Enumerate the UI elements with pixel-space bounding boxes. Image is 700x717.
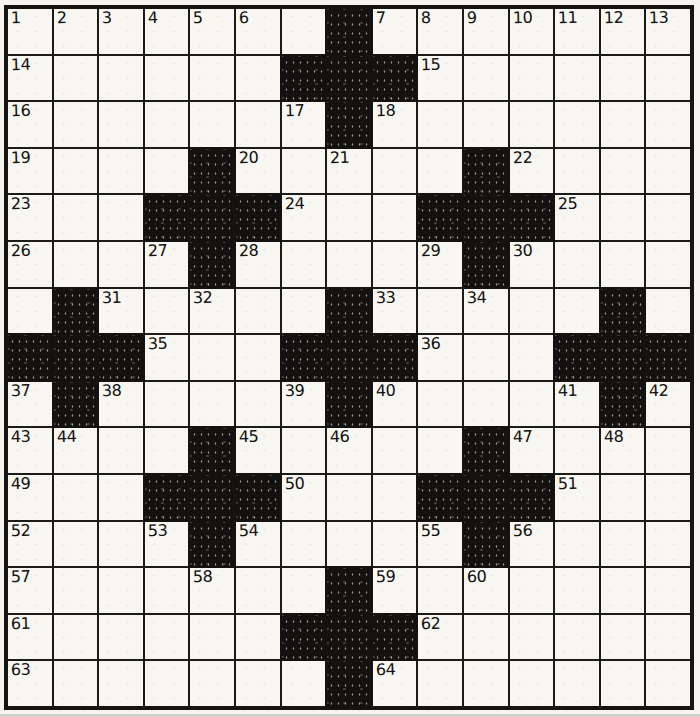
cell-r3c4[interactable]	[145, 102, 189, 147]
cell-r2c2[interactable]	[54, 56, 98, 101]
cell-r13c14[interactable]	[601, 568, 645, 613]
cell-r1c10[interactable]: 8	[418, 9, 462, 54]
cell-r15c2[interactable]	[54, 661, 98, 706]
cell-r10c1[interactable]: 43	[8, 428, 52, 473]
cell-r2c3[interactable]	[99, 56, 143, 101]
cell-r10c10[interactable]	[418, 428, 462, 473]
clue-number-22: 22	[512, 150, 532, 167]
cell-r14c5[interactable]	[190, 615, 234, 660]
cell-r13c7[interactable]	[282, 568, 326, 613]
clue-number-4: 4	[148, 10, 158, 27]
cell-r1c2[interactable]: 2	[54, 9, 98, 54]
clue-number-36: 36	[421, 336, 441, 353]
cell-r12c15[interactable]	[646, 522, 690, 567]
cell-r3c13[interactable]	[555, 102, 599, 147]
cell-r6c7[interactable]	[282, 242, 326, 287]
cell-r2c12[interactable]	[510, 56, 554, 101]
cell-r8c10[interactable]: 36	[418, 335, 462, 380]
block-cell-r2c9	[373, 56, 417, 101]
clue-number-40: 40	[376, 383, 396, 400]
clue-number-44: 44	[56, 429, 76, 446]
cell-r4c3[interactable]	[99, 149, 143, 194]
cell-r9c11[interactable]	[464, 382, 508, 427]
cell-r7c6[interactable]	[236, 289, 280, 334]
cell-r10c13[interactable]	[555, 428, 599, 473]
cell-r9c5[interactable]	[190, 382, 234, 427]
cell-r3c11[interactable]	[464, 102, 508, 147]
cell-r3c1[interactable]: 16	[8, 102, 52, 147]
clue-number-9: 9	[467, 10, 477, 27]
cell-r3c2[interactable]	[54, 102, 98, 147]
clue-number-15: 15	[421, 56, 441, 73]
block-cell-r9c2	[54, 382, 98, 427]
cell-r3c14[interactable]	[601, 102, 645, 147]
cell-r12c13[interactable]	[555, 522, 599, 567]
cell-r5c9[interactable]	[373, 195, 417, 240]
clue-number-31: 31	[102, 289, 122, 306]
block-cell-r7c8	[327, 289, 371, 334]
cell-r8c5[interactable]	[190, 335, 234, 380]
cell-r12c2[interactable]	[54, 522, 98, 567]
block-cell-r14c8	[327, 615, 371, 660]
cell-r14c13[interactable]	[555, 615, 599, 660]
cell-r2c1[interactable]: 14	[8, 56, 52, 101]
cell-r9c3[interactable]: 38	[99, 382, 143, 427]
cell-r15c5[interactable]	[190, 661, 234, 706]
block-cell-r6c5	[190, 242, 234, 287]
cell-r11c14[interactable]	[601, 475, 645, 520]
clue-number-3: 3	[102, 10, 112, 27]
cell-r7c15[interactable]	[646, 289, 690, 334]
cell-r10c2[interactable]: 44	[54, 428, 98, 473]
block-cell-r5c5	[190, 195, 234, 240]
block-cell-r5c10	[418, 195, 462, 240]
block-cell-r3c8	[327, 102, 371, 147]
cell-r1c14[interactable]: 12	[601, 9, 645, 54]
cell-r13c11[interactable]: 60	[464, 568, 508, 613]
clue-number-13: 13	[649, 10, 669, 27]
cell-r7c13[interactable]	[555, 289, 599, 334]
cell-r4c6[interactable]: 20	[236, 149, 280, 194]
block-cell-r7c2	[54, 289, 98, 334]
block-cell-r9c14	[601, 382, 645, 427]
cell-r6c15[interactable]	[646, 242, 690, 287]
clue-number-26: 26	[11, 243, 31, 260]
cell-r6c10[interactable]: 29	[418, 242, 462, 287]
clue-number-52: 52	[11, 522, 31, 539]
cell-r12c8[interactable]	[327, 522, 371, 567]
cell-r13c15[interactable]	[646, 568, 690, 613]
cell-r13c12[interactable]	[510, 568, 554, 613]
block-cell-r15c8	[327, 661, 371, 706]
cell-r14c10[interactable]: 62	[418, 615, 462, 660]
clue-number-43: 43	[11, 429, 31, 446]
cell-r2c10[interactable]: 15	[418, 56, 462, 101]
clue-number-41: 41	[558, 383, 578, 400]
block-cell-r1c8	[327, 9, 371, 54]
cell-r13c10[interactable]	[418, 568, 462, 613]
cell-r4c9[interactable]	[373, 149, 417, 194]
cell-r15c6[interactable]	[236, 661, 280, 706]
cell-r9c7[interactable]: 39	[282, 382, 326, 427]
cell-r6c6[interactable]: 28	[236, 242, 280, 287]
cell-r4c14[interactable]	[601, 149, 645, 194]
cell-r10c14[interactable]: 48	[601, 428, 645, 473]
clue-number-34: 34	[467, 289, 487, 306]
cell-r14c11[interactable]	[464, 615, 508, 660]
cell-r10c15[interactable]	[646, 428, 690, 473]
cell-r9c13[interactable]: 41	[555, 382, 599, 427]
block-cell-r8c15	[646, 335, 690, 380]
block-cell-r11c12	[510, 475, 554, 520]
cell-r1c5[interactable]: 5	[190, 9, 234, 54]
cell-r2c13[interactable]	[555, 56, 599, 101]
cell-r3c3[interactable]	[99, 102, 143, 147]
cell-r11c13[interactable]: 51	[555, 475, 599, 520]
cell-r8c6[interactable]	[236, 335, 280, 380]
cell-r13c5[interactable]: 58	[190, 568, 234, 613]
cell-r9c15[interactable]: 42	[646, 382, 690, 427]
block-cell-r8c8	[327, 335, 371, 380]
cell-r6c9[interactable]	[373, 242, 417, 287]
block-cell-r10c5	[190, 428, 234, 473]
cell-r12c1[interactable]: 52	[8, 522, 52, 567]
clue-number-14: 14	[11, 56, 31, 73]
block-cell-r4c5	[190, 149, 234, 194]
cell-r4c10[interactable]	[418, 149, 462, 194]
cell-r13c3[interactable]	[99, 568, 143, 613]
clue-number-58: 58	[193, 569, 213, 586]
cell-r1c1[interactable]: 1	[8, 9, 52, 54]
cell-r3c5[interactable]	[190, 102, 234, 147]
clue-number-51: 51	[558, 476, 578, 493]
block-cell-r7c14	[601, 289, 645, 334]
cell-r5c1[interactable]: 23	[8, 195, 52, 240]
clue-number-45: 45	[239, 429, 259, 446]
block-cell-r2c8	[327, 56, 371, 101]
cell-r14c14[interactable]	[601, 615, 645, 660]
cell-r2c4[interactable]	[145, 56, 189, 101]
clue-number-11: 11	[558, 10, 578, 27]
cell-r9c9[interactable]: 40	[373, 382, 417, 427]
cell-r15c13[interactable]	[555, 661, 599, 706]
block-cell-r11c6	[236, 475, 280, 520]
block-cell-r11c10	[418, 475, 462, 520]
clue-number-59: 59	[376, 569, 396, 586]
cell-r3c9[interactable]: 18	[373, 102, 417, 147]
cell-r15c15[interactable]	[646, 661, 690, 706]
crossword-sheet: 1234567891011121314151617181920212223242…	[0, 0, 700, 717]
block-cell-r8c7	[282, 335, 326, 380]
cell-r15c10[interactable]	[418, 661, 462, 706]
cell-r1c15[interactable]: 13	[646, 9, 690, 54]
cell-r5c7[interactable]: 24	[282, 195, 326, 240]
cell-r11c8[interactable]	[327, 475, 371, 520]
clue-number-19: 19	[11, 150, 31, 167]
cell-r7c12[interactable]	[510, 289, 554, 334]
clue-number-38: 38	[102, 383, 122, 400]
cell-r5c14[interactable]	[601, 195, 645, 240]
clue-number-42: 42	[649, 383, 669, 400]
cell-r9c10[interactable]	[418, 382, 462, 427]
clue-number-55: 55	[421, 522, 441, 539]
cell-r6c1[interactable]: 26	[8, 242, 52, 287]
clue-number-61: 61	[11, 616, 31, 633]
cell-r7c1[interactable]	[8, 289, 52, 334]
cell-r15c14[interactable]	[601, 661, 645, 706]
cell-r4c2[interactable]	[54, 149, 98, 194]
cell-r10c4[interactable]	[145, 428, 189, 473]
cell-r10c7[interactable]	[282, 428, 326, 473]
clue-number-64: 64	[376, 662, 396, 679]
cell-r11c15[interactable]	[646, 475, 690, 520]
cell-r4c15[interactable]	[646, 149, 690, 194]
cell-r12c7[interactable]	[282, 522, 326, 567]
cell-r8c11[interactable]	[464, 335, 508, 380]
cell-r4c1[interactable]: 19	[8, 149, 52, 194]
clue-number-39: 39	[284, 383, 304, 400]
cell-r10c3[interactable]	[99, 428, 143, 473]
cell-r1c9[interactable]: 7	[373, 9, 417, 54]
cell-r3c10[interactable]	[418, 102, 462, 147]
clue-number-46: 46	[330, 429, 350, 446]
cell-r14c1[interactable]: 61	[8, 615, 52, 660]
cell-r7c4[interactable]	[145, 289, 189, 334]
clue-number-30: 30	[512, 243, 532, 260]
cell-r3c7[interactable]: 17	[282, 102, 326, 147]
block-cell-r14c9	[373, 615, 417, 660]
cell-r9c4[interactable]	[145, 382, 189, 427]
cell-r6c8[interactable]	[327, 242, 371, 287]
clue-number-63: 63	[11, 662, 31, 679]
cell-r12c3[interactable]	[99, 522, 143, 567]
cell-r1c6[interactable]: 6	[236, 9, 280, 54]
cell-r10c8[interactable]: 46	[327, 428, 371, 473]
cell-r3c15[interactable]	[646, 102, 690, 147]
clue-number-17: 17	[284, 103, 304, 120]
cell-r14c15[interactable]	[646, 615, 690, 660]
cell-r12c14[interactable]	[601, 522, 645, 567]
block-cell-r5c12	[510, 195, 554, 240]
block-cell-r11c5	[190, 475, 234, 520]
cell-r6c2[interactable]	[54, 242, 98, 287]
cell-r5c8[interactable]	[327, 195, 371, 240]
block-cell-r13c8	[327, 568, 371, 613]
block-cell-r12c11	[464, 522, 508, 567]
clue-number-29: 29	[421, 243, 441, 260]
cell-r14c4[interactable]	[145, 615, 189, 660]
cell-r13c6[interactable]	[236, 568, 280, 613]
clue-number-16: 16	[11, 103, 31, 120]
block-cell-r14c7	[282, 615, 326, 660]
clue-number-50: 50	[284, 476, 304, 493]
block-cell-r6c11	[464, 242, 508, 287]
cell-r14c2[interactable]	[54, 615, 98, 660]
cell-r2c6[interactable]	[236, 56, 280, 101]
clue-number-32: 32	[193, 289, 213, 306]
cell-r9c1[interactable]: 37	[8, 382, 52, 427]
cell-r8c4[interactable]: 35	[145, 335, 189, 380]
block-cell-r8c3	[99, 335, 143, 380]
cell-r11c9[interactable]	[373, 475, 417, 520]
cell-r4c8[interactable]: 21	[327, 149, 371, 194]
cell-r14c12[interactable]	[510, 615, 554, 660]
cell-r11c3[interactable]	[99, 475, 143, 520]
cell-r11c2[interactable]	[54, 475, 98, 520]
block-cell-r4c11	[464, 149, 508, 194]
clue-number-56: 56	[512, 522, 532, 539]
clue-number-48: 48	[604, 429, 624, 446]
clue-number-62: 62	[421, 616, 441, 633]
block-cell-r9c8	[327, 382, 371, 427]
cell-r6c4[interactable]: 27	[145, 242, 189, 287]
block-cell-r5c4	[145, 195, 189, 240]
cell-r12c10[interactable]: 55	[418, 522, 462, 567]
cell-r1c11[interactable]: 9	[464, 9, 508, 54]
cell-r9c6[interactable]	[236, 382, 280, 427]
cell-r15c4[interactable]	[145, 661, 189, 706]
cell-r2c5[interactable]	[190, 56, 234, 101]
block-cell-r11c4	[145, 475, 189, 520]
cell-r6c12[interactable]: 30	[510, 242, 554, 287]
cell-r12c4[interactable]: 53	[145, 522, 189, 567]
cell-r15c9[interactable]: 64	[373, 661, 417, 706]
cell-r10c9[interactable]	[373, 428, 417, 473]
cell-r12c12[interactable]: 56	[510, 522, 554, 567]
cell-r1c13[interactable]: 11	[555, 9, 599, 54]
clue-number-2: 2	[56, 10, 66, 27]
cell-r7c7[interactable]	[282, 289, 326, 334]
clue-number-25: 25	[558, 196, 578, 213]
block-cell-r5c11	[464, 195, 508, 240]
clue-number-28: 28	[239, 243, 259, 260]
cell-r1c3[interactable]: 3	[99, 9, 143, 54]
cell-r13c13[interactable]	[555, 568, 599, 613]
block-cell-r8c14	[601, 335, 645, 380]
cell-r12c6[interactable]: 54	[236, 522, 280, 567]
cell-r7c9[interactable]: 33	[373, 289, 417, 334]
cell-r7c10[interactable]	[418, 289, 462, 334]
cell-r15c1[interactable]: 63	[8, 661, 52, 706]
cell-r12c9[interactable]	[373, 522, 417, 567]
block-cell-r11c11	[464, 475, 508, 520]
clue-number-60: 60	[467, 569, 487, 586]
clue-number-53: 53	[148, 522, 168, 539]
cell-r9c12[interactable]	[510, 382, 554, 427]
cell-r7c11[interactable]: 34	[464, 289, 508, 334]
cell-r2c15[interactable]	[646, 56, 690, 101]
cell-r5c13[interactable]: 25	[555, 195, 599, 240]
clue-number-21: 21	[330, 150, 350, 167]
cell-r5c3[interactable]	[99, 195, 143, 240]
cell-r15c3[interactable]	[99, 661, 143, 706]
cell-r13c4[interactable]	[145, 568, 189, 613]
block-cell-r2c7	[282, 56, 326, 101]
cell-r5c2[interactable]	[54, 195, 98, 240]
clue-number-24: 24	[284, 196, 304, 213]
clue-number-33: 33	[376, 289, 396, 306]
clue-number-20: 20	[239, 150, 259, 167]
cell-r1c12[interactable]: 10	[510, 9, 554, 54]
cell-r6c3[interactable]	[99, 242, 143, 287]
clue-number-1: 1	[11, 10, 21, 27]
cell-r14c3[interactable]	[99, 615, 143, 660]
cell-r14c6[interactable]	[236, 615, 280, 660]
cell-r4c13[interactable]	[555, 149, 599, 194]
clue-number-35: 35	[148, 336, 168, 353]
cell-r4c12[interactable]: 22	[510, 149, 554, 194]
cell-r2c14[interactable]	[601, 56, 645, 101]
clue-number-37: 37	[11, 383, 31, 400]
cell-r3c12[interactable]	[510, 102, 554, 147]
cell-r11c1[interactable]: 49	[8, 475, 52, 520]
cell-r15c12[interactable]	[510, 661, 554, 706]
block-cell-r10c11	[464, 428, 508, 473]
clue-number-18: 18	[376, 103, 396, 120]
clue-number-57: 57	[11, 569, 31, 586]
cell-r13c9[interactable]: 59	[373, 568, 417, 613]
clue-number-47: 47	[512, 429, 532, 446]
cell-r15c11[interactable]	[464, 661, 508, 706]
cell-r2c11[interactable]	[464, 56, 508, 101]
clue-number-7: 7	[376, 10, 386, 27]
clue-number-8: 8	[421, 10, 431, 27]
cell-r3c6[interactable]	[236, 102, 280, 147]
cell-r11c7[interactable]: 50	[282, 475, 326, 520]
cell-r13c1[interactable]: 57	[8, 568, 52, 613]
cell-r1c7[interactable]	[282, 9, 326, 54]
clue-number-5: 5	[193, 10, 203, 27]
clue-number-27: 27	[148, 243, 168, 260]
block-cell-r8c9	[373, 335, 417, 380]
cell-r15c7[interactable]	[282, 661, 326, 706]
block-cell-r5c6	[236, 195, 280, 240]
clue-number-10: 10	[512, 10, 532, 27]
cell-r1c4[interactable]: 4	[145, 9, 189, 54]
cell-r6c14[interactable]	[601, 242, 645, 287]
cell-r6c13[interactable]	[555, 242, 599, 287]
clue-number-12: 12	[604, 10, 624, 27]
cell-r8c12[interactable]	[510, 335, 554, 380]
block-cell-r8c2	[54, 335, 98, 380]
clue-number-23: 23	[11, 196, 31, 213]
block-cell-r8c1	[8, 335, 52, 380]
cell-r5c15[interactable]	[646, 195, 690, 240]
cell-r4c7[interactable]	[282, 149, 326, 194]
cell-r7c5[interactable]: 32	[190, 289, 234, 334]
block-cell-r8c13	[555, 335, 599, 380]
cell-r4c4[interactable]	[145, 149, 189, 194]
cell-r13c2[interactable]	[54, 568, 98, 613]
cell-r10c12[interactable]: 47	[510, 428, 554, 473]
cell-r10c6[interactable]: 45	[236, 428, 280, 473]
block-cell-r12c5	[190, 522, 234, 567]
clue-number-54: 54	[239, 522, 259, 539]
cell-r7c3[interactable]: 31	[99, 289, 143, 334]
clue-number-6: 6	[239, 10, 249, 27]
clue-number-49: 49	[11, 476, 31, 493]
crossword-grid: 1234567891011121314151617181920212223242…	[4, 5, 694, 710]
